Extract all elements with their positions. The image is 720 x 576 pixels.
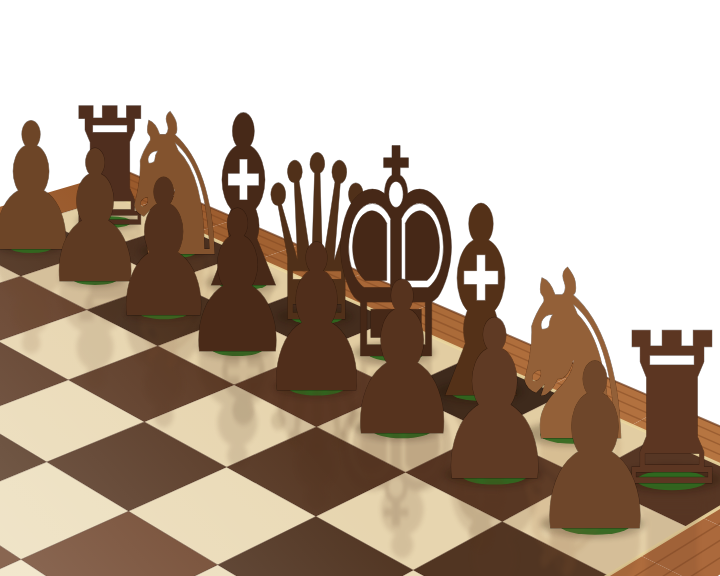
chess-board: ♜♞♝♛♚♝♞♜♟♟♟♟♟♟♟♟♜♞♝♛♚♝♞♜♟♟♟♟♟♟♟♟: [0, 0, 720, 576]
piece-pawn-h7: ♟: [527, 316, 662, 576]
chess-set-photo: ♜♞♝♛♚♝♞♜♟♟♟♟♟♟♟♟♜♞♝♛♚♝♞♜♟♟♟♟♟♟♟♟: [0, 0, 720, 576]
